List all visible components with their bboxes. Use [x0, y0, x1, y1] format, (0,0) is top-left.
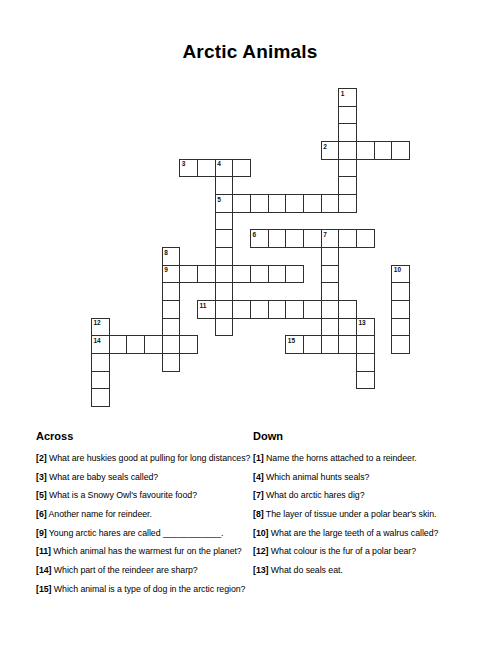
grid-cell-r14c15[interactable]: [356, 335, 375, 354]
cell-number-13: 13: [359, 319, 366, 326]
grid-cell-r12c12[interactable]: [303, 300, 322, 319]
grid-cell-r10c11[interactable]: [285, 265, 304, 284]
grid-cell-r11c4[interactable]: [162, 282, 181, 301]
grid-cell-r17c0[interactable]: [91, 388, 110, 407]
grid-cell-r14c5[interactable]: [179, 335, 198, 354]
grid-cell-r12c9[interactable]: [250, 300, 269, 319]
grid-cell-r4c6[interactable]: [197, 159, 216, 178]
grid-cell-r10c17[interactable]: 10: [391, 265, 410, 284]
down-clue-7: [7] What do arctic hares dig?: [253, 486, 469, 505]
grid-cell-r10c10[interactable]: [268, 265, 287, 284]
cell-number-8: 8: [164, 249, 168, 256]
down-clue-1: [1] Name the horns attached to a reindee…: [253, 449, 469, 468]
grid-cell-r13c0[interactable]: 12: [91, 318, 110, 337]
grid-cell-r9c7[interactable]: [215, 247, 234, 266]
clue-text: The layer of tissue under a polar bear's…: [264, 509, 437, 519]
grid-cell-r3c17[interactable]: [391, 141, 410, 160]
grid-cell-r3c15[interactable]: [356, 141, 375, 160]
grid-cell-r9c13[interactable]: [321, 247, 340, 266]
grid-cell-r13c13[interactable]: [321, 318, 340, 337]
grid-cell-r10c9[interactable]: [250, 265, 269, 284]
grid-cell-r12c8[interactable]: [232, 300, 251, 319]
grid-cell-r6c14[interactable]: [338, 194, 357, 213]
grid-cell-r8c14[interactable]: [338, 229, 357, 248]
grid-cell-r10c7[interactable]: [215, 265, 234, 284]
cell-number-1: 1: [341, 90, 345, 97]
grid-cell-r3c14[interactable]: [338, 141, 357, 160]
grid-cell-r12c6[interactable]: 11: [197, 300, 216, 319]
grid-cell-r4c7[interactable]: 4: [215, 159, 234, 178]
clue-text: Another name for reindeer.: [47, 509, 152, 519]
grid-cell-r12c10[interactable]: [268, 300, 287, 319]
across-clue-6: [6] Another name for reindeer.: [36, 505, 252, 524]
grid-cell-r10c8[interactable]: [232, 265, 251, 284]
clue-number: [3]: [36, 472, 47, 482]
clue-number: [7]: [253, 490, 264, 500]
cell-number-14: 14: [94, 337, 101, 344]
grid-cell-r12c17[interactable]: [391, 300, 410, 319]
across-clue-14: [14] Which part of the reindeer are shar…: [36, 561, 252, 580]
grid-cell-r14c1[interactable]: [109, 335, 128, 354]
grid-cell-r15c0[interactable]: [91, 353, 110, 372]
grid-cell-r12c14[interactable]: [338, 300, 357, 319]
down-clue-13: [13] What do seals eat.: [253, 561, 469, 580]
cell-number-7: 7: [323, 231, 327, 238]
clue-text: Name the horns attached to a reindeer.: [264, 453, 417, 463]
down-clue-10: [10] What are the large teeth of a walru…: [253, 524, 469, 543]
cell-number-9: 9: [164, 266, 168, 273]
clue-text: What do arctic hares dig?: [264, 490, 365, 500]
grid-cell-r2c14[interactable]: [338, 123, 357, 142]
cell-number-4: 4: [217, 160, 221, 167]
down-clue-12: [12] What colour is the fur of a polar b…: [253, 542, 469, 561]
grid-cell-r14c17[interactable]: [391, 335, 410, 354]
grid-cell-r14c2[interactable]: [126, 335, 145, 354]
grid-cell-r6c8[interactable]: [232, 194, 251, 213]
clue-text: What is a Snowy Owl's favourite food?: [47, 490, 197, 500]
clue-text: What colour is the fur of a polar bear?: [268, 546, 416, 556]
grid-cell-r14c11[interactable]: 15: [285, 335, 304, 354]
grid-cell-r15c4[interactable]: [162, 353, 181, 372]
grid-cell-r6c13[interactable]: [321, 194, 340, 213]
grid-cell-r1c14[interactable]: [338, 106, 357, 125]
down-clue-8: [8] The layer of tissue under a polar be…: [253, 505, 469, 524]
grid-cell-r5c14[interactable]: [338, 176, 357, 195]
grid-cell-r13c7[interactable]: [215, 318, 234, 337]
clue-text: Young arctic hares are called __________…: [47, 528, 224, 538]
grid-cell-r12c4[interactable]: [162, 300, 181, 319]
clue-number: [8]: [253, 509, 264, 519]
clue-number: [13]: [253, 565, 268, 575]
clue-number: [4]: [253, 472, 264, 482]
clue-number: [15]: [36, 584, 51, 594]
grid-cell-r14c13[interactable]: [321, 335, 340, 354]
across-clue-15: [15] Which animal is a type of dog in th…: [36, 580, 252, 599]
grid-cell-r10c4[interactable]: 9: [162, 265, 181, 284]
grid-cell-r11c17[interactable]: [391, 282, 410, 301]
grid-cell-r13c15[interactable]: 13: [356, 318, 375, 337]
crossword-grid: 123456789101112131415: [91, 88, 410, 407]
down-clue-4: [4] Which animal hunts seals?: [253, 468, 469, 487]
grid-cell-r13c17[interactable]: [391, 318, 410, 337]
grid-cell-r4c5[interactable]: 3: [179, 159, 198, 178]
grid-cell-r16c0[interactable]: [91, 371, 110, 390]
clue-number: [11]: [36, 546, 51, 556]
page-title: Arctic Animals: [0, 41, 500, 63]
clue-text: Which part of the reindeer are sharp?: [51, 565, 197, 575]
across-header: Across: [36, 431, 252, 442]
grid-cell-r6c11[interactable]: [285, 194, 304, 213]
across-clue-11: [11] Which animal has the warmest fur on…: [36, 542, 252, 561]
clue-number: [2]: [36, 453, 47, 463]
cell-number-3: 3: [182, 160, 186, 167]
grid-cell-r3c13[interactable]: 2: [321, 141, 340, 160]
grid-cell-r4c14[interactable]: [338, 159, 357, 178]
grid-cell-r4c8[interactable]: [232, 159, 251, 178]
grid-cell-r14c12[interactable]: [303, 335, 322, 354]
clue-number: [1]: [253, 453, 264, 463]
clue-text: Which animal hunts seals?: [264, 472, 370, 482]
grid-cell-r0c14[interactable]: 1: [338, 88, 357, 107]
grid-cell-r8c10[interactable]: [268, 229, 287, 248]
grid-cell-r3c16[interactable]: [374, 141, 393, 160]
grid-cell-r8c15[interactable]: [356, 229, 375, 248]
clue-number: [12]: [253, 546, 268, 556]
grid-cell-r16c15[interactable]: [356, 371, 375, 390]
grid-cell-r6c10[interactable]: [268, 194, 287, 213]
grid-cell-r6c12[interactable]: [303, 194, 322, 213]
grid-cell-r11c13[interactable]: [321, 282, 340, 301]
clue-number: [5]: [36, 490, 47, 500]
grid-cell-r10c5[interactable]: [179, 265, 198, 284]
clues-down-section: Down [1] Name the horns attached to a re…: [253, 431, 469, 580]
grid-cell-r11c7[interactable]: [215, 282, 234, 301]
clue-text: What are the large teeth of a walrus cal…: [268, 528, 438, 538]
grid-cell-r10c13[interactable]: [321, 265, 340, 284]
grid-cell-r9c4[interactable]: 8: [162, 247, 181, 266]
clue-number: [10]: [253, 528, 268, 538]
across-clue-3: [3] What are baby seals called?: [36, 468, 252, 487]
clue-number: [14]: [36, 565, 51, 575]
down-clue-list: [1] Name the horns attached to a reindee…: [253, 449, 469, 580]
grid-cell-r14c14[interactable]: [338, 335, 357, 354]
grid-cell-r10c6[interactable]: [197, 265, 216, 284]
grid-cell-r8c9[interactable]: 6: [250, 229, 269, 248]
cell-number-10: 10: [394, 266, 401, 273]
grid-cell-r5c7[interactable]: [215, 176, 234, 195]
grid-cell-r8c12[interactable]: [303, 229, 322, 248]
grid-cell-r6c7[interactable]: 5: [215, 194, 234, 213]
across-clue-2: [2] What are huskies good at pulling for…: [36, 449, 252, 468]
cell-number-11: 11: [200, 302, 207, 309]
cell-number-15: 15: [288, 337, 295, 344]
grid-cell-r15c15[interactable]: [356, 353, 375, 372]
grid-cell-r14c0[interactable]: 14: [91, 335, 110, 354]
clue-text: Which animal has the warmest fur on the …: [51, 546, 242, 556]
cell-number-6: 6: [253, 231, 257, 238]
grid-cell-r14c3[interactable]: [144, 335, 163, 354]
cell-number-5: 5: [217, 196, 221, 203]
clue-text: What are huskies good at pulling for lon…: [47, 453, 251, 463]
grid-cell-r14c4[interactable]: [162, 335, 181, 354]
grid-cell-r7c7[interactable]: [215, 212, 234, 231]
clue-number: [6]: [36, 509, 47, 519]
down-header: Down: [253, 431, 469, 442]
cell-number-12: 12: [94, 319, 101, 326]
grid-cell-r13c4[interactable]: [162, 318, 181, 337]
across-clue-list: [2] What are huskies good at pulling for…: [36, 449, 252, 599]
across-clue-5: [5] What is a Snowy Owl's favourite food…: [36, 486, 252, 505]
cell-number-2: 2: [323, 143, 327, 150]
clue-number: [9]: [36, 528, 47, 538]
grid-cell-r12c7[interactable]: [215, 300, 234, 319]
clue-text: Which animal is a type of dog in the arc…: [51, 584, 245, 594]
grid-cell-r12c11[interactable]: [285, 300, 304, 319]
clue-text: What are baby seals called?: [47, 472, 159, 482]
grid-cell-r8c13[interactable]: 7: [321, 229, 340, 248]
grid-cell-r8c11[interactable]: [285, 229, 304, 248]
grid-cell-r6c9[interactable]: [250, 194, 269, 213]
across-clue-9: [9] Young arctic hares are called ______…: [36, 524, 252, 543]
grid-cell-r8c7[interactable]: [215, 229, 234, 248]
grid-cell-r12c13[interactable]: [321, 300, 340, 319]
clues-across-section: Across [2] What are huskies good at pull…: [36, 431, 252, 599]
clue-text: What do seals eat.: [268, 565, 342, 575]
